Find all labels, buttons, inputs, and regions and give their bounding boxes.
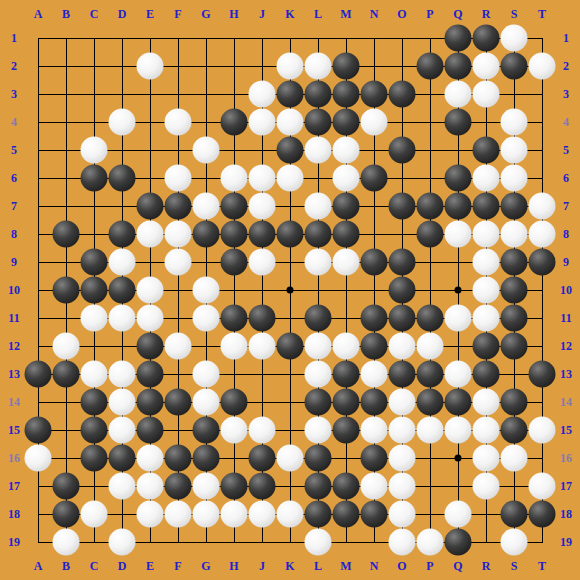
white-stone-E8[interactable]	[137, 221, 164, 248]
white-stone-T15[interactable]	[529, 417, 556, 444]
row-label-left-10: 10	[8, 283, 20, 298]
black-stone-H17[interactable]	[221, 473, 248, 500]
black-stone-N12[interactable]	[361, 333, 388, 360]
black-stone-M18[interactable]	[333, 501, 360, 528]
row-label-left-16: 16	[8, 451, 20, 466]
column-label-bottom-L: L	[314, 559, 322, 574]
white-stone-O14[interactable]	[389, 389, 416, 416]
black-stone-M2[interactable]	[333, 53, 360, 80]
white-stone-O17[interactable]	[389, 473, 416, 500]
row-label-right-15: 15	[560, 423, 572, 438]
black-stone-Q19[interactable]	[445, 529, 472, 556]
white-stone-O15[interactable]	[389, 417, 416, 444]
column-label-bottom-S: S	[511, 559, 518, 574]
white-stone-J18[interactable]	[249, 501, 276, 528]
go-board-screenshot: AABBCCDDEEFFGGHHJJKKLLMMNNOOPPQQRRSSTT11…	[0, 0, 580, 580]
white-stone-E10[interactable]	[137, 277, 164, 304]
column-label-bottom-D: D	[118, 559, 127, 574]
column-label-top-T: T	[538, 7, 546, 22]
black-stone-O5[interactable]	[389, 137, 416, 164]
black-stone-C9[interactable]	[81, 249, 108, 276]
column-label-bottom-B: B	[62, 559, 70, 574]
row-label-right-1: 1	[563, 31, 569, 46]
white-stone-J3[interactable]	[249, 81, 276, 108]
black-stone-C14[interactable]	[81, 389, 108, 416]
row-label-right-3: 3	[563, 87, 569, 102]
row-label-right-10: 10	[560, 283, 572, 298]
black-stone-O9[interactable]	[389, 249, 416, 276]
white-stone-F12[interactable]	[165, 333, 192, 360]
black-stone-N6[interactable]	[361, 165, 388, 192]
row-label-right-13: 13	[560, 367, 572, 382]
row-label-right-9: 9	[563, 255, 569, 270]
white-stone-L2[interactable]	[305, 53, 332, 80]
black-stone-B8[interactable]	[53, 221, 80, 248]
white-stone-O19[interactable]	[389, 529, 416, 556]
black-stone-S11[interactable]	[501, 305, 528, 332]
white-stone-K4[interactable]	[277, 109, 304, 136]
white-stone-O16[interactable]	[389, 445, 416, 472]
black-stone-D10[interactable]	[109, 277, 136, 304]
column-label-bottom-P: P	[426, 559, 433, 574]
white-stone-N17[interactable]	[361, 473, 388, 500]
column-label-top-R: R	[482, 7, 491, 22]
black-stone-M15[interactable]	[333, 417, 360, 444]
white-stone-R11[interactable]	[473, 305, 500, 332]
row-label-right-14: 14	[560, 395, 572, 410]
black-stone-M13[interactable]	[333, 361, 360, 388]
black-stone-Q4[interactable]	[445, 109, 472, 136]
black-stone-S12[interactable]	[501, 333, 528, 360]
column-label-top-B: B	[62, 7, 70, 22]
black-stone-E7[interactable]	[137, 193, 164, 220]
white-stone-D11[interactable]	[109, 305, 136, 332]
white-stone-N13[interactable]	[361, 361, 388, 388]
row-label-right-12: 12	[560, 339, 572, 354]
white-stone-D19[interactable]	[109, 529, 136, 556]
white-stone-B12[interactable]	[53, 333, 80, 360]
black-stone-Q14[interactable]	[445, 389, 472, 416]
black-stone-P8[interactable]	[417, 221, 444, 248]
row-label-right-11: 11	[560, 311, 571, 326]
white-stone-L15[interactable]	[305, 417, 332, 444]
white-stone-S19[interactable]	[501, 529, 528, 556]
black-stone-Q7[interactable]	[445, 193, 472, 220]
black-stone-R12[interactable]	[473, 333, 500, 360]
black-stone-N9[interactable]	[361, 249, 388, 276]
black-stone-C15[interactable]	[81, 417, 108, 444]
row-label-right-17: 17	[560, 479, 572, 494]
black-stone-F16[interactable]	[165, 445, 192, 472]
white-stone-S8[interactable]	[501, 221, 528, 248]
black-stone-O7[interactable]	[389, 193, 416, 220]
white-stone-O12[interactable]	[389, 333, 416, 360]
column-label-top-F: F	[174, 7, 181, 22]
white-stone-F9[interactable]	[165, 249, 192, 276]
black-stone-R1[interactable]	[473, 25, 500, 52]
black-stone-F7[interactable]	[165, 193, 192, 220]
white-stone-S1[interactable]	[501, 25, 528, 52]
black-stone-S7[interactable]	[501, 193, 528, 220]
white-stone-G18[interactable]	[193, 501, 220, 528]
black-stone-C6[interactable]	[81, 165, 108, 192]
black-stone-B18[interactable]	[53, 501, 80, 528]
black-stone-N3[interactable]	[361, 81, 388, 108]
row-label-left-9: 9	[11, 255, 17, 270]
black-stone-D8[interactable]	[109, 221, 136, 248]
black-stone-E13[interactable]	[137, 361, 164, 388]
black-stone-M17[interactable]	[333, 473, 360, 500]
white-stone-T2[interactable]	[529, 53, 556, 80]
black-stone-N14[interactable]	[361, 389, 388, 416]
row-label-right-4: 4	[563, 115, 569, 130]
row-label-right-2: 2	[563, 59, 569, 74]
white-stone-J6[interactable]	[249, 165, 276, 192]
white-stone-J12[interactable]	[249, 333, 276, 360]
white-stone-F8[interactable]	[165, 221, 192, 248]
black-stone-B13[interactable]	[53, 361, 80, 388]
row-label-left-14: 14	[8, 395, 20, 410]
white-stone-H15[interactable]	[221, 417, 248, 444]
black-stone-L16[interactable]	[305, 445, 332, 472]
white-stone-T17[interactable]	[529, 473, 556, 500]
black-stone-P13[interactable]	[417, 361, 444, 388]
black-stone-D16[interactable]	[109, 445, 136, 472]
white-stone-E11[interactable]	[137, 305, 164, 332]
white-stone-H6[interactable]	[221, 165, 248, 192]
row-label-left-18: 18	[8, 507, 20, 522]
white-stone-A16[interactable]	[25, 445, 52, 472]
column-label-top-A: A	[34, 7, 43, 22]
white-stone-D14[interactable]	[109, 389, 136, 416]
black-stone-O10[interactable]	[389, 277, 416, 304]
white-stone-C11[interactable]	[81, 305, 108, 332]
column-label-top-P: P	[426, 7, 433, 22]
column-label-top-M: M	[340, 7, 351, 22]
white-stone-G17[interactable]	[193, 473, 220, 500]
black-stone-K5[interactable]	[277, 137, 304, 164]
black-stone-D6[interactable]	[109, 165, 136, 192]
row-label-left-17: 17	[8, 479, 20, 494]
black-stone-M3[interactable]	[333, 81, 360, 108]
black-stone-S2[interactable]	[501, 53, 528, 80]
black-stone-M4[interactable]	[333, 109, 360, 136]
white-stone-T7[interactable]	[529, 193, 556, 220]
column-label-bottom-A: A	[34, 559, 43, 574]
row-label-left-12: 12	[8, 339, 20, 354]
black-stone-M8[interactable]	[333, 221, 360, 248]
white-stone-G5[interactable]	[193, 137, 220, 164]
row-label-left-4: 4	[11, 115, 17, 130]
row-label-left-1: 1	[11, 31, 17, 46]
white-stone-D4[interactable]	[109, 109, 136, 136]
black-stone-M14[interactable]	[333, 389, 360, 416]
white-stone-Q13[interactable]	[445, 361, 472, 388]
white-stone-M9[interactable]	[333, 249, 360, 276]
black-stone-S10[interactable]	[501, 277, 528, 304]
black-stone-L4[interactable]	[305, 109, 332, 136]
white-stone-R2[interactable]	[473, 53, 500, 80]
white-stone-R6[interactable]	[473, 165, 500, 192]
black-stone-Q1[interactable]	[445, 25, 472, 52]
column-label-top-Q: Q	[453, 7, 462, 22]
column-label-bottom-F: F	[174, 559, 181, 574]
hoshi-point-Q16	[455, 455, 462, 462]
black-stone-B10[interactable]	[53, 277, 80, 304]
black-stone-L17[interactable]	[305, 473, 332, 500]
black-stone-F14[interactable]	[165, 389, 192, 416]
white-stone-S6[interactable]	[501, 165, 528, 192]
white-stone-F18[interactable]	[165, 501, 192, 528]
black-stone-N11[interactable]	[361, 305, 388, 332]
column-label-top-J: J	[259, 7, 265, 22]
black-stone-E15[interactable]	[137, 417, 164, 444]
white-stone-F4[interactable]	[165, 109, 192, 136]
row-label-right-19: 19	[560, 535, 572, 550]
column-label-top-G: G	[201, 7, 210, 22]
white-stone-Q18[interactable]	[445, 501, 472, 528]
row-label-left-8: 8	[11, 227, 17, 242]
row-label-right-8: 8	[563, 227, 569, 242]
hoshi-point-Q10	[455, 287, 462, 294]
white-stone-R15[interactable]	[473, 417, 500, 444]
white-stone-D13[interactable]	[109, 361, 136, 388]
black-stone-P2[interactable]	[417, 53, 444, 80]
white-stone-G14[interactable]	[193, 389, 220, 416]
black-stone-P11[interactable]	[417, 305, 444, 332]
row-label-left-2: 2	[11, 59, 17, 74]
white-stone-L7[interactable]	[305, 193, 332, 220]
white-stone-R17[interactable]	[473, 473, 500, 500]
white-stone-L13[interactable]	[305, 361, 332, 388]
column-label-top-K: K	[285, 7, 294, 22]
black-stone-G16[interactable]	[193, 445, 220, 472]
row-label-right-7: 7	[563, 199, 569, 214]
white-stone-Q11[interactable]	[445, 305, 472, 332]
column-label-bottom-T: T	[538, 559, 546, 574]
white-stone-L12[interactable]	[305, 333, 332, 360]
black-stone-E12[interactable]	[137, 333, 164, 360]
black-stone-E14[interactable]	[137, 389, 164, 416]
column-label-bottom-J: J	[259, 559, 265, 574]
column-label-top-N: N	[370, 7, 379, 22]
grid-vertical-line	[542, 38, 543, 543]
black-stone-K8[interactable]	[277, 221, 304, 248]
white-stone-R16[interactable]	[473, 445, 500, 472]
black-stone-P14[interactable]	[417, 389, 444, 416]
white-stone-J4[interactable]	[249, 109, 276, 136]
black-stone-K3[interactable]	[277, 81, 304, 108]
black-stone-S14[interactable]	[501, 389, 528, 416]
column-label-bottom-E: E	[146, 559, 154, 574]
white-stone-T8[interactable]	[529, 221, 556, 248]
column-label-bottom-Q: Q	[453, 559, 462, 574]
column-label-bottom-H: H	[229, 559, 238, 574]
row-label-right-16: 16	[560, 451, 572, 466]
white-stone-J7[interactable]	[249, 193, 276, 220]
white-stone-E16[interactable]	[137, 445, 164, 472]
black-stone-H11[interactable]	[221, 305, 248, 332]
black-stone-O13[interactable]	[389, 361, 416, 388]
row-label-left-3: 3	[11, 87, 17, 102]
white-stone-R10[interactable]	[473, 277, 500, 304]
white-stone-Q3[interactable]	[445, 81, 472, 108]
white-stone-S5[interactable]	[501, 137, 528, 164]
black-stone-M7[interactable]	[333, 193, 360, 220]
black-stone-O3[interactable]	[389, 81, 416, 108]
row-label-right-6: 6	[563, 171, 569, 186]
black-stone-H8[interactable]	[221, 221, 248, 248]
white-stone-C18[interactable]	[81, 501, 108, 528]
black-stone-T13[interactable]	[529, 361, 556, 388]
column-label-top-O: O	[397, 7, 406, 22]
black-stone-J17[interactable]	[249, 473, 276, 500]
black-stone-L8[interactable]	[305, 221, 332, 248]
white-stone-G13[interactable]	[193, 361, 220, 388]
white-stone-H18[interactable]	[221, 501, 248, 528]
black-stone-Q6[interactable]	[445, 165, 472, 192]
white-stone-R14[interactable]	[473, 389, 500, 416]
white-stone-G10[interactable]	[193, 277, 220, 304]
row-label-left-11: 11	[8, 311, 19, 326]
black-stone-H14[interactable]	[221, 389, 248, 416]
white-stone-Q15[interactable]	[445, 417, 472, 444]
column-label-top-C: C	[90, 7, 99, 22]
black-stone-F17[interactable]	[165, 473, 192, 500]
white-stone-L9[interactable]	[305, 249, 332, 276]
black-stone-O11[interactable]	[389, 305, 416, 332]
column-label-bottom-M: M	[340, 559, 351, 574]
white-stone-S16[interactable]	[501, 445, 528, 472]
black-stone-H4[interactable]	[221, 109, 248, 136]
black-stone-G15[interactable]	[193, 417, 220, 444]
white-stone-N15[interactable]	[361, 417, 388, 444]
black-stone-G8[interactable]	[193, 221, 220, 248]
row-label-left-5: 5	[11, 143, 17, 158]
black-stone-J11[interactable]	[249, 305, 276, 332]
black-stone-K12[interactable]	[277, 333, 304, 360]
column-label-bottom-G: G	[201, 559, 210, 574]
black-stone-L14[interactable]	[305, 389, 332, 416]
black-stone-L11[interactable]	[305, 305, 332, 332]
white-stone-D9[interactable]	[109, 249, 136, 276]
column-label-bottom-R: R	[482, 559, 491, 574]
black-stone-P7[interactable]	[417, 193, 444, 220]
white-stone-J15[interactable]	[249, 417, 276, 444]
white-stone-M5[interactable]	[333, 137, 360, 164]
white-stone-K2[interactable]	[277, 53, 304, 80]
white-stone-M6[interactable]	[333, 165, 360, 192]
row-label-left-6: 6	[11, 171, 17, 186]
white-stone-R9[interactable]	[473, 249, 500, 276]
row-label-right-5: 5	[563, 143, 569, 158]
white-stone-E2[interactable]	[137, 53, 164, 80]
white-stone-K6[interactable]	[277, 165, 304, 192]
column-label-top-H: H	[229, 7, 238, 22]
row-label-left-7: 7	[11, 199, 17, 214]
row-label-left-15: 15	[8, 423, 20, 438]
white-stone-M12[interactable]	[333, 333, 360, 360]
black-stone-S15[interactable]	[501, 417, 528, 444]
black-stone-T18[interactable]	[529, 501, 556, 528]
column-label-top-D: D	[118, 7, 127, 22]
row-label-right-18: 18	[560, 507, 572, 522]
white-stone-R8[interactable]	[473, 221, 500, 248]
black-stone-S18[interactable]	[501, 501, 528, 528]
white-stone-L19[interactable]	[305, 529, 332, 556]
black-stone-B17[interactable]	[53, 473, 80, 500]
black-stone-R7[interactable]	[473, 193, 500, 220]
black-stone-H7[interactable]	[221, 193, 248, 220]
white-stone-E17[interactable]	[137, 473, 164, 500]
column-label-bottom-K: K	[285, 559, 294, 574]
white-stone-K18[interactable]	[277, 501, 304, 528]
black-stone-J16[interactable]	[249, 445, 276, 472]
column-label-bottom-C: C	[90, 559, 99, 574]
white-stone-P19[interactable]	[417, 529, 444, 556]
black-stone-L3[interactable]	[305, 81, 332, 108]
hoshi-point-K10	[287, 287, 294, 294]
column-label-top-L: L	[314, 7, 322, 22]
column-label-bottom-N: N	[370, 559, 379, 574]
column-label-top-E: E	[146, 7, 154, 22]
white-stone-B19[interactable]	[53, 529, 80, 556]
black-stone-S9[interactable]	[501, 249, 528, 276]
white-stone-J9[interactable]	[249, 249, 276, 276]
white-stone-F6[interactable]	[165, 165, 192, 192]
black-stone-N18[interactable]	[361, 501, 388, 528]
white-stone-G11[interactable]	[193, 305, 220, 332]
white-stone-P12[interactable]	[417, 333, 444, 360]
black-stone-R13[interactable]	[473, 361, 500, 388]
black-stone-N16[interactable]	[361, 445, 388, 472]
white-stone-N4[interactable]	[361, 109, 388, 136]
white-stone-P15[interactable]	[417, 417, 444, 444]
white-stone-C5[interactable]	[81, 137, 108, 164]
white-stone-H12[interactable]	[221, 333, 248, 360]
white-stone-E18[interactable]	[137, 501, 164, 528]
row-label-left-19: 19	[8, 535, 20, 550]
black-stone-R5[interactable]	[473, 137, 500, 164]
column-label-bottom-O: O	[397, 559, 406, 574]
white-stone-K16[interactable]	[277, 445, 304, 472]
black-stone-A13[interactable]	[25, 361, 52, 388]
white-stone-D17[interactable]	[109, 473, 136, 500]
white-stone-D15[interactable]	[109, 417, 136, 444]
white-stone-G7[interactable]	[193, 193, 220, 220]
black-stone-J8[interactable]	[249, 221, 276, 248]
black-stone-A15[interactable]	[25, 417, 52, 444]
black-stone-L18[interactable]	[305, 501, 332, 528]
black-stone-Q2[interactable]	[445, 53, 472, 80]
white-stone-C13[interactable]	[81, 361, 108, 388]
grid-vertical-line	[430, 38, 431, 543]
black-stone-H9[interactable]	[221, 249, 248, 276]
white-stone-L5[interactable]	[305, 137, 332, 164]
white-stone-R3[interactable]	[473, 81, 500, 108]
black-stone-T9[interactable]	[529, 249, 556, 276]
row-label-left-13: 13	[8, 367, 20, 382]
white-stone-S4[interactable]	[501, 109, 528, 136]
black-stone-C10[interactable]	[81, 277, 108, 304]
white-stone-O18[interactable]	[389, 501, 416, 528]
column-label-top-S: S	[511, 7, 518, 22]
white-stone-Q8[interactable]	[445, 221, 472, 248]
black-stone-C16[interactable]	[81, 445, 108, 472]
